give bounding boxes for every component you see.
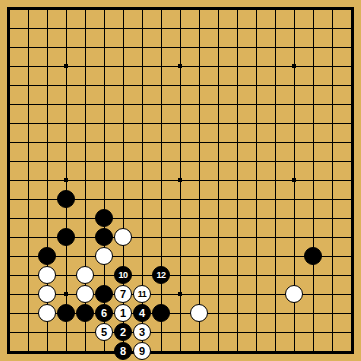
- grid-line-vertical: [351, 9, 352, 352]
- grid-line-horizontal: [9, 275, 352, 276]
- black-stone-move-4: 4: [133, 304, 151, 322]
- black-stone: [57, 190, 75, 208]
- white-stone-move-1: 1: [114, 304, 132, 322]
- white-stone: [38, 285, 56, 303]
- grid-line-vertical: [332, 9, 333, 352]
- grid-line-vertical: [256, 9, 257, 352]
- white-stone-move-5: 5: [95, 323, 113, 341]
- black-stone: [76, 304, 94, 322]
- star-point: [292, 178, 296, 182]
- move-number: 4: [139, 308, 145, 319]
- black-stone: [57, 304, 75, 322]
- move-number: 2: [120, 327, 126, 338]
- white-stone-move-9: 9: [133, 342, 151, 360]
- white-stone: [95, 247, 113, 265]
- white-stone: [190, 304, 208, 322]
- white-stone-move-7: 7: [114, 285, 132, 303]
- move-number: 8: [120, 346, 126, 357]
- black-stone: [95, 228, 113, 246]
- move-number: 12: [156, 271, 165, 280]
- black-stone-move-12: 12: [152, 266, 170, 284]
- white-stone: [76, 266, 94, 284]
- black-stone: [95, 209, 113, 227]
- move-number: 3: [139, 327, 145, 338]
- star-point: [64, 64, 68, 68]
- white-stone-move-11: 11: [133, 285, 151, 303]
- black-stone-move-10: 10: [114, 266, 132, 284]
- move-number: 9: [139, 346, 145, 357]
- go-board: 101271161452389: [0, 0, 361, 361]
- star-point: [178, 292, 182, 296]
- black-stone-move-8: 8: [114, 342, 132, 360]
- black-stone: [38, 247, 56, 265]
- black-stone: [95, 285, 113, 303]
- white-stone: [114, 228, 132, 246]
- move-number: 10: [118, 271, 127, 280]
- white-stone: [285, 285, 303, 303]
- grid-line-horizontal: [9, 256, 352, 257]
- grid-line-vertical: [237, 9, 238, 352]
- black-stone: [304, 247, 322, 265]
- star-point: [178, 178, 182, 182]
- grid-line-vertical: [199, 9, 200, 352]
- star-point: [64, 292, 68, 296]
- white-stone: [38, 266, 56, 284]
- grid-line-vertical: [313, 9, 314, 352]
- white-stone-move-3: 3: [133, 323, 151, 341]
- grid-line-horizontal: [9, 332, 352, 333]
- black-stone-move-2: 2: [114, 323, 132, 341]
- grid-line-vertical: [218, 9, 219, 352]
- white-stone: [76, 285, 94, 303]
- grid-line-vertical: [275, 9, 276, 352]
- star-point: [178, 64, 182, 68]
- black-stone-move-6: 6: [95, 304, 113, 322]
- black-stone: [152, 304, 170, 322]
- move-number: 5: [101, 327, 107, 338]
- move-number: 11: [138, 290, 147, 299]
- move-number: 7: [120, 289, 126, 300]
- star-point: [64, 178, 68, 182]
- black-stone: [57, 228, 75, 246]
- white-stone: [38, 304, 56, 322]
- move-number: 1: [120, 308, 126, 319]
- star-point: [292, 64, 296, 68]
- grid-line-horizontal: [9, 218, 352, 219]
- grid-line-horizontal: [9, 351, 352, 352]
- move-number: 6: [101, 308, 107, 319]
